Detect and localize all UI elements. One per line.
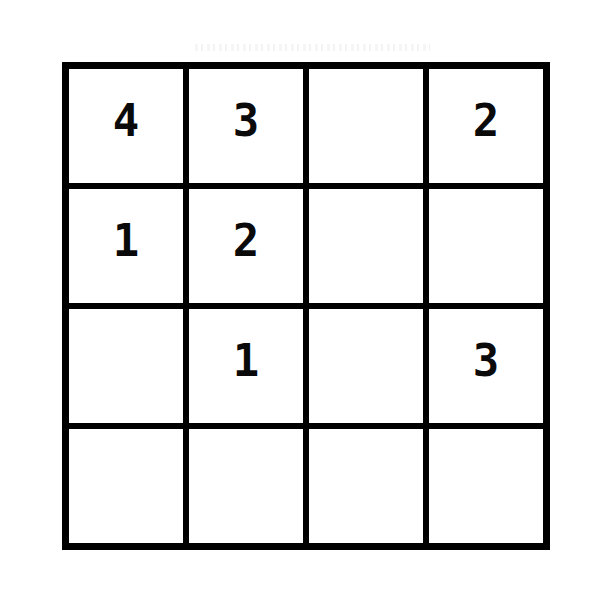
cell-r1c3[interactable]	[309, 69, 423, 183]
cell-r4c4[interactable]	[429, 429, 543, 543]
cell-r4c2[interactable]	[189, 429, 303, 543]
cell-r3c2[interactable]: 1	[189, 309, 303, 423]
cell-r2c1[interactable]: 1	[69, 189, 183, 303]
cell-r4c1[interactable]	[69, 429, 183, 543]
cell-r3c3[interactable]	[309, 309, 423, 423]
cell-r3c4[interactable]: 3	[429, 309, 543, 423]
cell-r1c1[interactable]: 4	[69, 69, 183, 183]
cell-r2c2[interactable]: 2	[189, 189, 303, 303]
sudoku-board: 4 3 2 1 2 1 3	[62, 62, 550, 550]
cell-r2c4[interactable]	[429, 189, 543, 303]
cell-r1c4[interactable]: 2	[429, 69, 543, 183]
cell-r1c2[interactable]: 3	[189, 69, 303, 183]
cell-r2c3[interactable]	[309, 189, 423, 303]
cell-r4c3[interactable]	[309, 429, 423, 543]
cell-r3c1[interactable]	[69, 309, 183, 423]
faint-text-artifact	[195, 44, 430, 51]
puzzle-page: 4 3 2 1 2 1 3	[0, 0, 612, 612]
